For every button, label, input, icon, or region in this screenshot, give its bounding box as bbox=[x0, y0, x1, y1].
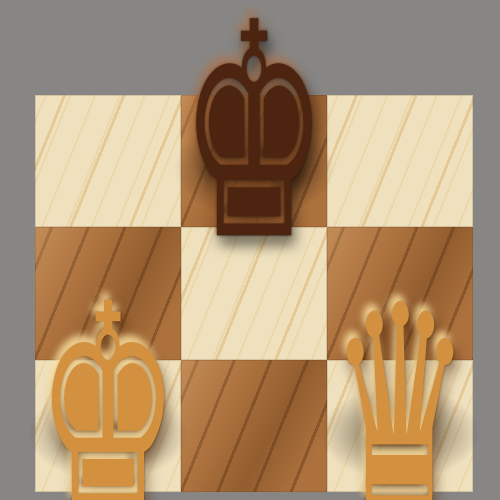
chess-scene: ♚♚♛ bbox=[0, 0, 500, 500]
white-king-glyph: ♚ bbox=[8, 268, 208, 500]
black-king-glyph: ♚ bbox=[154, 0, 354, 282]
black-king-piece[interactable]: ♚ bbox=[154, 117, 354, 282]
white-queen-piece[interactable]: ♛ bbox=[300, 387, 500, 500]
white-king-piece[interactable]: ♚ bbox=[8, 388, 208, 500]
white-queen-glyph: ♛ bbox=[300, 269, 500, 500]
